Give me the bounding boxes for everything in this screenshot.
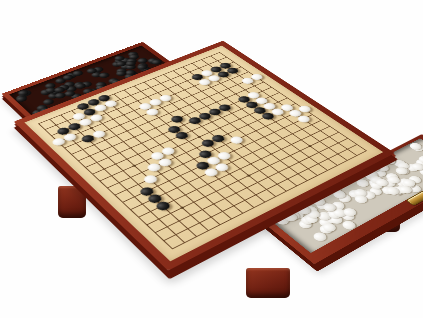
go-table-board-photo (0, 0, 423, 318)
white-stone (141, 174, 159, 185)
star-point (132, 164, 136, 167)
star-point (197, 136, 201, 138)
stand-foot (246, 268, 290, 298)
tray-black-stone (98, 71, 112, 79)
star-point (180, 206, 185, 209)
goban-plane (25, 46, 384, 262)
star-point (247, 174, 251, 177)
white-stone (227, 135, 244, 145)
star-point (89, 127, 93, 129)
star-point (308, 145, 312, 148)
stand-foot (58, 186, 86, 218)
black-stone (168, 114, 184, 123)
